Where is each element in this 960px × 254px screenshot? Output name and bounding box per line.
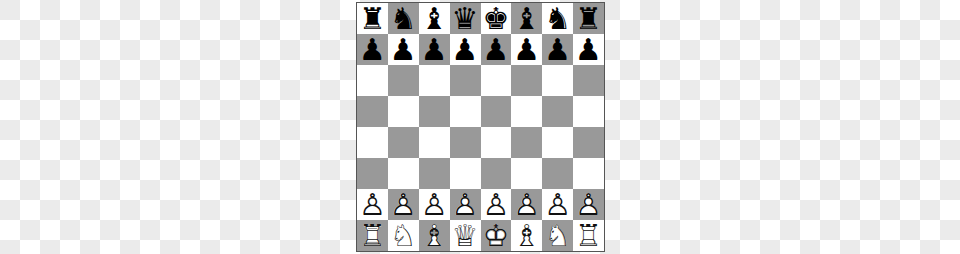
piece-black-knight: ♞ — [544, 4, 571, 34]
square-e4[interactable] — [481, 127, 512, 158]
piece-black-bishop: ♝ — [421, 4, 448, 34]
piece-black-pawn: ♟ — [452, 35, 479, 65]
piece-white-bishop: ♗ — [513, 221, 540, 251]
piece-white-pawn: ♙ — [421, 190, 448, 220]
piece-white-rook: ♖ — [575, 221, 602, 251]
piece-white-pawn-fill: ♟ — [421, 190, 448, 220]
piece-white-pawn: ♙ — [390, 190, 417, 220]
piece-white-pawn-fill: ♟ — [452, 190, 479, 220]
square-g7[interactable]: ♟ — [542, 34, 573, 65]
piece-black-queen: ♛ — [452, 4, 479, 34]
piece-white-pawn-fill: ♟ — [482, 190, 509, 220]
square-a3[interactable] — [357, 158, 388, 189]
square-b6[interactable] — [388, 65, 419, 96]
square-b8[interactable]: ♞ — [388, 3, 419, 34]
square-h4[interactable] — [573, 127, 604, 158]
square-b5[interactable] — [388, 96, 419, 127]
square-f8[interactable]: ♝ — [511, 3, 542, 34]
square-f6[interactable] — [511, 65, 542, 96]
piece-black-bishop: ♝ — [513, 4, 540, 34]
piece-white-pawn: ♙ — [575, 190, 602, 220]
piece-white-pawn-fill: ♟ — [544, 190, 571, 220]
square-e2[interactable]: ♟♙ — [481, 189, 512, 220]
square-f2[interactable]: ♟♙ — [511, 189, 542, 220]
square-f4[interactable] — [511, 127, 542, 158]
square-c3[interactable] — [419, 158, 450, 189]
piece-white-king-fill: ♚ — [482, 221, 509, 251]
square-e7[interactable]: ♟ — [481, 34, 512, 65]
piece-white-queen-fill: ♛ — [452, 221, 479, 251]
square-c1[interactable]: ♝♗ — [419, 220, 450, 251]
piece-white-pawn: ♙ — [544, 190, 571, 220]
square-a6[interactable] — [357, 65, 388, 96]
square-a4[interactable] — [357, 127, 388, 158]
square-c2[interactable]: ♟♙ — [419, 189, 450, 220]
piece-white-pawn-fill: ♟ — [575, 190, 602, 220]
piece-black-pawn: ♟ — [482, 35, 509, 65]
square-b4[interactable] — [388, 127, 419, 158]
square-a7[interactable]: ♟ — [357, 34, 388, 65]
square-d1[interactable]: ♛♕ — [450, 220, 481, 251]
piece-black-pawn: ♟ — [359, 35, 386, 65]
piece-white-pawn: ♙ — [482, 190, 509, 220]
piece-white-pawn: ♙ — [452, 190, 479, 220]
piece-white-knight-fill: ♞ — [390, 221, 417, 251]
square-f5[interactable] — [511, 96, 542, 127]
square-e3[interactable] — [481, 158, 512, 189]
piece-white-knight: ♘ — [544, 221, 571, 251]
square-d3[interactable] — [450, 158, 481, 189]
square-g1[interactable]: ♞♘ — [542, 220, 573, 251]
piece-black-king: ♚ — [482, 4, 509, 34]
square-b2[interactable]: ♟♙ — [388, 189, 419, 220]
square-d4[interactable] — [450, 127, 481, 158]
square-f1[interactable]: ♝♗ — [511, 220, 542, 251]
piece-black-rook: ♜ — [359, 4, 386, 34]
square-b3[interactable] — [388, 158, 419, 189]
piece-black-pawn: ♟ — [575, 35, 602, 65]
square-c8[interactable]: ♝ — [419, 3, 450, 34]
piece-black-rook: ♜ — [575, 4, 602, 34]
square-g6[interactable] — [542, 65, 573, 96]
piece-black-pawn: ♟ — [544, 35, 571, 65]
square-c4[interactable] — [419, 127, 450, 158]
square-d6[interactable] — [450, 65, 481, 96]
square-h3[interactable] — [573, 158, 604, 189]
square-g4[interactable] — [542, 127, 573, 158]
square-c6[interactable] — [419, 65, 450, 96]
piece-white-pawn: ♙ — [359, 190, 386, 220]
square-e1[interactable]: ♚♔ — [481, 220, 512, 251]
square-d2[interactable]: ♟♙ — [450, 189, 481, 220]
piece-white-knight: ♘ — [390, 221, 417, 251]
square-e6[interactable] — [481, 65, 512, 96]
piece-white-rook-fill: ♜ — [575, 221, 602, 251]
piece-white-bishop-fill: ♝ — [513, 221, 540, 251]
square-h8[interactable]: ♜ — [573, 3, 604, 34]
square-a5[interactable] — [357, 96, 388, 127]
chess-board: ♜♞♝♛♚♝♞♜♟♟♟♟♟♟♟♟♟♙♟♙♟♙♟♙♟♙♟♙♟♙♟♙♜♖♞♘♝♗♛♕… — [356, 2, 605, 252]
square-b7[interactable]: ♟ — [388, 34, 419, 65]
square-e5[interactable] — [481, 96, 512, 127]
piece-white-pawn: ♙ — [513, 190, 540, 220]
piece-white-bishop: ♗ — [421, 221, 448, 251]
piece-black-pawn: ♟ — [421, 35, 448, 65]
square-g5[interactable] — [542, 96, 573, 127]
square-d7[interactable]: ♟ — [450, 34, 481, 65]
square-h2[interactable]: ♟♙ — [573, 189, 604, 220]
square-h7[interactable]: ♟ — [573, 34, 604, 65]
square-g2[interactable]: ♟♙ — [542, 189, 573, 220]
square-f7[interactable]: ♟ — [511, 34, 542, 65]
piece-white-bishop-fill: ♝ — [421, 221, 448, 251]
piece-white-knight-fill: ♞ — [544, 221, 571, 251]
piece-white-rook: ♖ — [359, 221, 386, 251]
piece-white-pawn-fill: ♟ — [390, 190, 417, 220]
square-g3[interactable] — [542, 158, 573, 189]
square-h6[interactable] — [573, 65, 604, 96]
square-b1[interactable]: ♞♘ — [388, 220, 419, 251]
square-h1[interactable]: ♜♖ — [573, 220, 604, 251]
square-c5[interactable] — [419, 96, 450, 127]
square-d8[interactable]: ♛ — [450, 3, 481, 34]
square-e8[interactable]: ♚ — [481, 3, 512, 34]
square-a8[interactable]: ♜ — [357, 3, 388, 34]
square-a1[interactable]: ♜♖ — [357, 220, 388, 251]
piece-black-pawn: ♟ — [390, 35, 417, 65]
piece-black-knight: ♞ — [390, 4, 417, 34]
piece-white-queen: ♕ — [452, 221, 479, 251]
square-f3[interactable] — [511, 158, 542, 189]
square-a2[interactable]: ♟♙ — [357, 189, 388, 220]
square-d5[interactable] — [450, 96, 481, 127]
piece-white-pawn-fill: ♟ — [513, 190, 540, 220]
piece-white-rook-fill: ♜ — [359, 221, 386, 251]
square-c7[interactable]: ♟ — [419, 34, 450, 65]
square-h5[interactable] — [573, 96, 604, 127]
square-g8[interactable]: ♞ — [542, 3, 573, 34]
piece-white-king: ♔ — [482, 221, 509, 251]
piece-black-pawn: ♟ — [513, 35, 540, 65]
piece-white-pawn-fill: ♟ — [359, 190, 386, 220]
